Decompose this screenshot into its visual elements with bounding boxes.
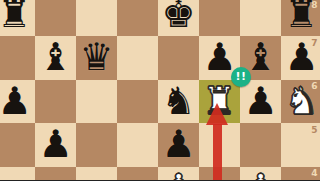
- rank-label-7: 7: [310, 38, 319, 49]
- square-c7[interactable]: ♛: [76, 36, 117, 80]
- chessboard: ♜♚♜♝♛♟♝♟♟♞♜♟♞♟♟♟♟: [0, 0, 320, 180]
- square-d5[interactable]: [117, 123, 158, 167]
- square-a8[interactable]: ♜: [0, 0, 35, 36]
- square-c8[interactable]: [76, 0, 117, 36]
- rank-label-4: 4: [310, 168, 319, 179]
- square-b5[interactable]: ♟: [35, 123, 76, 167]
- rank-label-6: 6: [310, 81, 319, 92]
- square-b7[interactable]: ♝: [35, 36, 76, 80]
- rank-label-5: 5: [310, 125, 319, 136]
- piece-black-queen[interactable]: ♛: [76, 36, 117, 79]
- piece-black-bishop[interactable]: ♝: [35, 36, 76, 79]
- square-g4[interactable]: ♟: [240, 167, 281, 181]
- square-b4[interactable]: [35, 167, 76, 181]
- square-a7[interactable]: [0, 36, 35, 80]
- square-d6[interactable]: [117, 80, 158, 124]
- square-e5[interactable]: ♟: [158, 123, 199, 167]
- square-d7[interactable]: [117, 36, 158, 80]
- piece-white-pawn[interactable]: ♟: [158, 167, 199, 181]
- square-b6[interactable]: [35, 80, 76, 124]
- move-arrow-head-icon: [206, 103, 228, 125]
- square-d8[interactable]: [117, 0, 158, 36]
- square-b8[interactable]: [35, 0, 76, 36]
- chessboard-frame: ♜♚♜♝♛♟♝♟♟♞♜♟♞♟♟♟♟ 87654 !!: [0, 0, 320, 180]
- piece-black-pawn[interactable]: ♟: [158, 123, 199, 166]
- square-a4[interactable]: [0, 167, 35, 181]
- piece-black-knight[interactable]: ♞: [158, 80, 199, 123]
- square-e4[interactable]: ♟: [158, 167, 199, 181]
- piece-black-king[interactable]: ♚: [158, 0, 199, 36]
- square-a6[interactable]: ♟: [0, 80, 35, 124]
- piece-black-rook[interactable]: ♜: [0, 0, 35, 36]
- square-d4[interactable]: [117, 167, 158, 181]
- rank-label-8: 8: [310, 0, 319, 11]
- square-f8[interactable]: [199, 0, 240, 36]
- square-g8[interactable]: [240, 0, 281, 36]
- piece-black-pawn[interactable]: ♟: [35, 123, 76, 166]
- square-c5[interactable]: [76, 123, 117, 167]
- square-e8[interactable]: ♚: [158, 0, 199, 36]
- square-e7[interactable]: [158, 36, 199, 80]
- piece-white-pawn[interactable]: ♟: [240, 167, 281, 181]
- square-a5[interactable]: [0, 123, 35, 167]
- piece-black-pawn[interactable]: ♟: [0, 80, 35, 123]
- brilliant-move-badge-text: !!: [235, 67, 246, 87]
- brilliant-move-badge: !!: [231, 67, 251, 87]
- square-c4[interactable]: [76, 167, 117, 181]
- square-e6[interactable]: ♞: [158, 80, 199, 124]
- move-arrow-shaft: [213, 124, 222, 180]
- square-g5[interactable]: [240, 123, 281, 167]
- square-c6[interactable]: [76, 80, 117, 124]
